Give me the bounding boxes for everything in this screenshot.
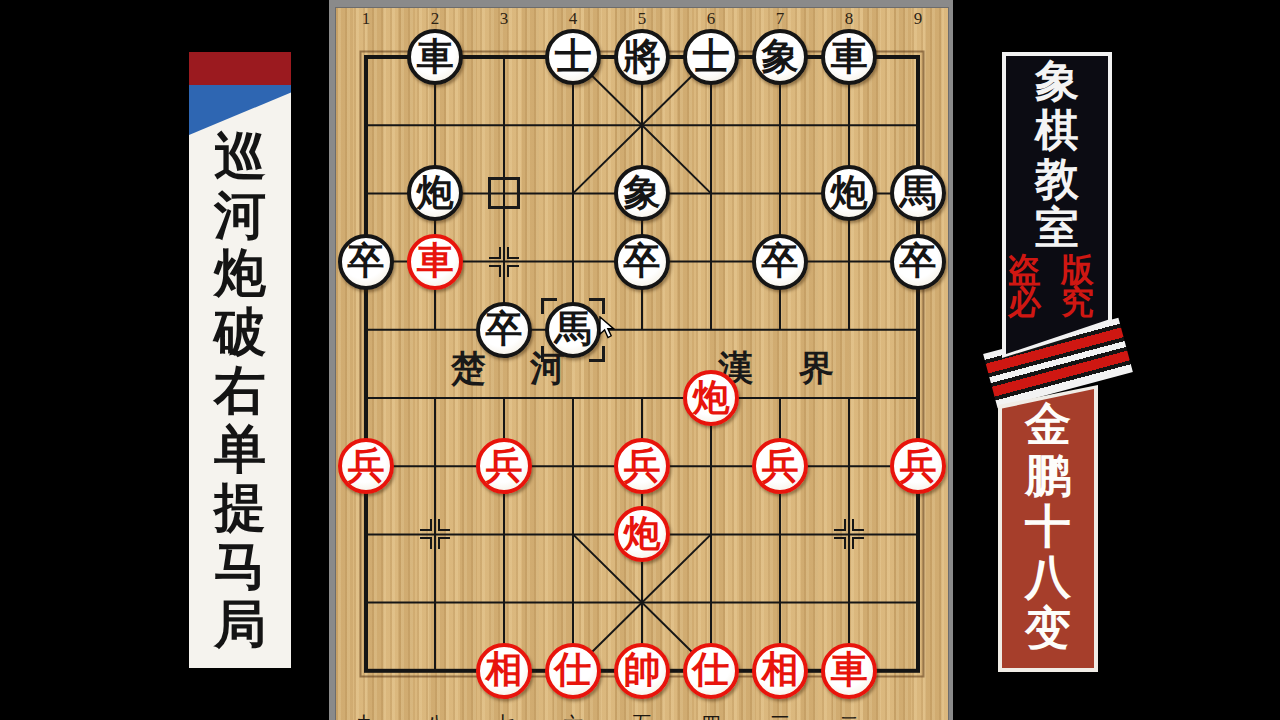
piece-red-兵[interactable]: 兵 [476,438,532,494]
mouse-cursor[interactable] [599,316,616,344]
left-banner-title: 巡河炮破右单提马局 [189,128,291,655]
file-label-bottom[interactable]: 一 [907,711,929,720]
banner-char: 象 [1035,57,1079,106]
piece-black-卒[interactable]: 卒 [338,234,394,290]
page: { "game": "xiangqi", "position": { "fen"… [0,0,1280,720]
piece-glyph: 兵 [348,447,385,484]
piece-glyph: 士 [555,38,592,75]
right-bottom-banner-title: 金鹏十八变 [1002,399,1094,654]
left-banner-red-band [189,52,291,85]
piece-red-兵[interactable]: 兵 [338,438,394,494]
warning-char: 版 [1061,254,1094,286]
board-plane[interactable]: 123456789九八七六五四三二一楚河漢界車士將士象車炮象炮馬卒卒卒卒卒馬車炮… [336,8,948,720]
banner-char: 金 [1025,399,1071,450]
piece-black-馬[interactable]: 馬 [890,165,946,221]
piece-glyph: 象 [762,38,799,75]
piece-black-卒[interactable]: 卒 [752,234,808,290]
piece-red-兵[interactable]: 兵 [752,438,808,494]
piece-red-帥[interactable]: 帥 [614,643,670,699]
banner-char: 提 [214,479,266,538]
piece-glyph: 相 [486,651,523,688]
right-top-banner-title: 象棋教室 [1006,57,1108,253]
piece-red-車[interactable]: 車 [407,234,463,290]
piece-black-士[interactable]: 士 [545,29,601,85]
piece-red-車[interactable]: 車 [821,643,877,699]
warning-row: 盗版 [1008,254,1094,286]
point-marker[interactable] [420,519,450,549]
piece-red-仕[interactable]: 仕 [545,643,601,699]
file-label-bottom[interactable]: 二 [838,711,860,720]
xiangqi-app-window: 123456789九八七六五四三二一楚河漢界車士將士象車炮象炮馬卒卒卒卒卒馬車炮… [329,0,953,720]
piece-black-卒[interactable]: 卒 [614,234,670,290]
piece-glyph: 卒 [624,242,661,279]
banner-char: 室 [1035,204,1079,253]
piece-black-炮[interactable]: 炮 [407,165,463,221]
warning-row: 必究 [1008,286,1094,318]
piece-glyph: 卒 [486,310,523,347]
point-marker[interactable] [834,519,864,549]
banner-char: 棋 [1035,106,1079,155]
file-label-top[interactable]: 3 [493,9,515,29]
piece-glyph: 馬 [900,174,937,211]
piece-glyph: 馬 [555,310,592,347]
right-top-banner-inner: 象棋教室 盗版必究 [1006,56,1108,354]
piece-red-相[interactable]: 相 [752,643,808,699]
piece-glyph: 兵 [486,447,523,484]
banner-char: 十 [1025,501,1071,552]
piece-red-相[interactable]: 相 [476,643,532,699]
piece-red-炮[interactable]: 炮 [683,370,739,426]
banner-char: 破 [214,304,266,363]
warning-char: 盗 [1008,254,1041,286]
file-label-top[interactable]: 4 [562,9,584,29]
banner-char: 右 [214,362,266,421]
piece-glyph: 仕 [555,651,592,688]
banner-char: 巡 [214,128,266,187]
piece-glyph: 士 [693,38,730,75]
file-label-bottom[interactable]: 八 [424,711,446,720]
banner-char: 马 [214,538,266,597]
piece-glyph: 兵 [900,447,937,484]
point-marker[interactable] [489,247,519,277]
piece-glyph: 炮 [693,379,730,416]
file-label-bottom[interactable]: 七 [493,711,515,720]
file-label-bottom[interactable]: 四 [700,711,722,720]
piece-red-兵[interactable]: 兵 [890,438,946,494]
piece-glyph: 將 [624,38,661,75]
last-move-origin-marker[interactable] [488,177,520,209]
file-label-bottom[interactable]: 三 [769,711,791,720]
piece-glyph: 仕 [693,651,730,688]
file-label-top[interactable]: 6 [700,9,722,29]
banner-char: 鹏 [1025,450,1071,501]
piece-black-車[interactable]: 車 [407,29,463,85]
piece-glyph: 卒 [348,242,385,279]
piece-glyph: 車 [417,242,454,279]
banner-char: 单 [214,421,266,480]
piece-red-兵[interactable]: 兵 [614,438,670,494]
banner-char: 局 [214,596,266,655]
piece-black-卒[interactable]: 卒 [890,234,946,290]
banner-char: 变 [1025,603,1071,654]
piece-glyph: 象 [624,174,661,211]
file-label-bottom[interactable]: 五 [631,711,653,720]
piece-red-炮[interactable]: 炮 [614,506,670,562]
file-label-top[interactable]: 1 [355,9,377,29]
banner-char: 教 [1035,155,1079,204]
piece-glyph: 炮 [417,174,454,211]
piece-glyph: 卒 [762,242,799,279]
warning-char: 究 [1061,286,1094,318]
piece-glyph: 車 [831,38,868,75]
piece-glyph: 兵 [624,447,661,484]
piece-black-象[interactable]: 象 [614,165,670,221]
piece-glyph: 兵 [762,447,799,484]
piece-glyph: 炮 [831,174,868,211]
banner-char: 八 [1025,552,1071,603]
piece-black-士[interactable]: 士 [683,29,739,85]
banner-char: 河 [214,187,266,246]
file-label-top[interactable]: 9 [907,9,929,29]
piece-black-將[interactable]: 將 [614,29,670,85]
piece-black-卒[interactable]: 卒 [476,302,532,358]
piece-black-馬[interactable]: 馬 [545,302,601,358]
piece-glyph: 車 [417,38,454,75]
file-label-bottom[interactable]: 九 [355,711,377,720]
piece-glyph: 相 [762,651,799,688]
file-label-bottom[interactable]: 六 [562,711,584,720]
river-text[interactable]: 界 [799,345,834,392]
piece-glyph: 車 [831,651,868,688]
banner-char: 炮 [214,245,266,304]
right-bottom-banner-inner: 金鹏十八变 [1002,389,1094,668]
piece-red-仕[interactable]: 仕 [683,643,739,699]
file-label-top[interactable]: 2 [424,9,446,29]
piracy-warning: 盗版必究 [1008,254,1094,318]
right-top-banner: 象棋教室 盗版必究 [1002,52,1112,358]
river-text[interactable]: 楚 [451,345,486,392]
warning-char: 必 [1008,286,1041,318]
piece-glyph: 炮 [624,515,661,552]
right-bottom-banner: 金鹏十八变 [998,385,1098,672]
left-title-banner: 巡河炮破右单提马局 [189,52,291,668]
file-label-top[interactable]: 5 [631,9,653,29]
file-label-top[interactable]: 8 [838,9,860,29]
piece-glyph: 帥 [624,651,661,688]
piece-black-象[interactable]: 象 [752,29,808,85]
piece-glyph: 卒 [900,242,937,279]
piece-black-車[interactable]: 車 [821,29,877,85]
board-grid [336,8,948,720]
file-label-top[interactable]: 7 [769,9,791,29]
piece-black-炮[interactable]: 炮 [821,165,877,221]
